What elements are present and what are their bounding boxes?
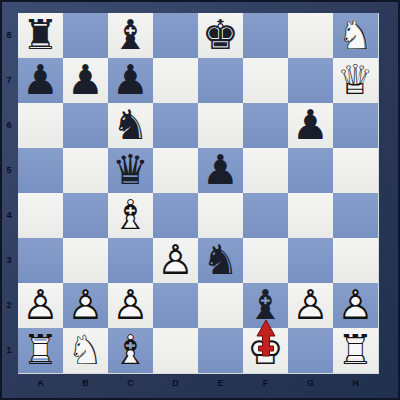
file-label-a: A <box>18 376 63 390</box>
black-knight-icon: ♞ <box>108 103 153 148</box>
piece-black-pawn[interactable]: ♟ <box>63 58 108 103</box>
square-c6[interactable]: ♞ <box>108 103 153 148</box>
file-label-g: G <box>288 376 333 390</box>
piece-white-rook[interactable]: ♜♖ <box>333 328 378 373</box>
black-pawn-icon: ♟ <box>198 148 243 193</box>
black-queen-icon: ♛ <box>108 148 153 193</box>
rank-label-6: 6 <box>2 103 16 148</box>
piece-black-rook[interactable]: ♜ <box>18 13 63 58</box>
square-a4[interactable] <box>18 193 63 238</box>
piece-white-knight[interactable]: ♞♘ <box>63 328 108 373</box>
piece-white-pawn[interactable]: ♟♙ <box>63 283 108 328</box>
piece-white-king[interactable]: ♚♔ <box>243 328 288 373</box>
square-c5[interactable]: ♛ <box>108 148 153 193</box>
square-a8[interactable]: ♜ <box>18 13 63 58</box>
square-f4[interactable] <box>243 193 288 238</box>
square-d3[interactable]: ♟♙ <box>153 238 198 283</box>
white-king-outline-icon: ♔ <box>243 328 288 373</box>
square-g4[interactable] <box>288 193 333 238</box>
square-h2[interactable]: ♟♙ <box>333 283 378 328</box>
piece-white-knight[interactable]: ♞♘ <box>333 13 378 58</box>
chess-board: ♜♝♚♞♘♟♟♟♛♕♞♟♛♟♝♗♟♙♞♟♙♟♙♟♙♝♟♙♟♙♜♖♞♘♝♗♚♔♜♖ <box>18 13 379 374</box>
black-bishop-icon: ♝ <box>243 283 288 328</box>
square-b3[interactable] <box>63 238 108 283</box>
square-a1[interactable]: ♜♖ <box>18 328 63 373</box>
white-bishop-outline-icon: ♗ <box>108 193 153 238</box>
piece-white-pawn[interactable]: ♟♙ <box>333 283 378 328</box>
piece-white-pawn[interactable]: ♟♙ <box>18 283 63 328</box>
piece-white-queen[interactable]: ♛♕ <box>333 58 378 103</box>
square-e5[interactable]: ♟ <box>198 148 243 193</box>
square-g3[interactable] <box>288 238 333 283</box>
square-h6[interactable] <box>333 103 378 148</box>
square-a5[interactable] <box>18 148 63 193</box>
file-label-c: C <box>108 376 153 390</box>
white-rook-outline-icon: ♖ <box>333 328 378 373</box>
square-e3[interactable]: ♞ <box>198 238 243 283</box>
rank-label-7: 7 <box>2 58 16 103</box>
square-h4[interactable] <box>333 193 378 238</box>
file-label-e: E <box>198 376 243 390</box>
square-f1[interactable]: ♚♔ <box>243 328 288 373</box>
square-c4[interactable]: ♝♗ <box>108 193 153 238</box>
white-pawn-outline-icon: ♙ <box>18 283 63 328</box>
piece-white-bishop[interactable]: ♝♗ <box>108 328 153 373</box>
piece-white-pawn[interactable]: ♟♙ <box>108 283 153 328</box>
white-queen-outline-icon: ♕ <box>333 58 378 103</box>
board-frame: ♜♝♚♞♘♟♟♟♛♕♞♟♛♟♝♗♟♙♞♟♙♟♙♟♙♝♟♙♟♙♜♖♞♘♝♗♚♔♜♖… <box>0 0 400 400</box>
square-b2[interactable]: ♟♙ <box>63 283 108 328</box>
white-pawn-outline-icon: ♙ <box>333 283 378 328</box>
square-d6[interactable] <box>153 103 198 148</box>
square-b8[interactable] <box>63 13 108 58</box>
square-a3[interactable] <box>18 238 63 283</box>
white-pawn-outline-icon: ♙ <box>153 238 198 283</box>
white-pawn-outline-icon: ♙ <box>63 283 108 328</box>
square-a7[interactable]: ♟ <box>18 58 63 103</box>
square-g5[interactable] <box>288 148 333 193</box>
black-knight-icon: ♞ <box>198 238 243 283</box>
square-e8[interactable]: ♚ <box>198 13 243 58</box>
square-h1[interactable]: ♜♖ <box>333 328 378 373</box>
square-b6[interactable] <box>63 103 108 148</box>
piece-black-knight[interactable]: ♞ <box>198 238 243 283</box>
square-f3[interactable] <box>243 238 288 283</box>
square-c3[interactable] <box>108 238 153 283</box>
rank-label-4: 4 <box>2 193 16 238</box>
file-label-d: D <box>153 376 198 390</box>
square-h7[interactable]: ♛♕ <box>333 58 378 103</box>
square-c7[interactable]: ♟ <box>108 58 153 103</box>
square-d4[interactable] <box>153 193 198 238</box>
piece-black-pawn[interactable]: ♟ <box>18 58 63 103</box>
square-d2[interactable] <box>153 283 198 328</box>
rank-label-8: 8 <box>2 13 16 58</box>
file-label-f: F <box>243 376 288 390</box>
piece-black-bishop[interactable]: ♝ <box>108 13 153 58</box>
square-a2[interactable]: ♟♙ <box>18 283 63 328</box>
file-label-h: H <box>333 376 378 390</box>
piece-white-bishop[interactable]: ♝♗ <box>108 193 153 238</box>
square-g6[interactable]: ♟ <box>288 103 333 148</box>
square-a6[interactable] <box>18 103 63 148</box>
square-f2[interactable]: ♝ <box>243 283 288 328</box>
square-g7[interactable] <box>288 58 333 103</box>
square-f8[interactable] <box>243 13 288 58</box>
square-g2[interactable]: ♟♙ <box>288 283 333 328</box>
white-pawn-outline-icon: ♙ <box>288 283 333 328</box>
square-b4[interactable] <box>63 193 108 238</box>
white-bishop-outline-icon: ♗ <box>108 328 153 373</box>
square-d5[interactable] <box>153 148 198 193</box>
square-f7[interactable] <box>243 58 288 103</box>
square-e7[interactable] <box>198 58 243 103</box>
white-rook-outline-icon: ♖ <box>18 328 63 373</box>
rank-label-5: 5 <box>2 148 16 193</box>
piece-black-bishop[interactable]: ♝ <box>243 283 288 328</box>
square-h8[interactable]: ♞♘ <box>333 13 378 58</box>
black-king-icon: ♚ <box>198 13 243 58</box>
square-b7[interactable]: ♟ <box>63 58 108 103</box>
rank-label-3: 3 <box>2 238 16 283</box>
square-c1[interactable]: ♝♗ <box>108 328 153 373</box>
piece-white-pawn[interactable]: ♟♙ <box>153 238 198 283</box>
square-e4[interactable] <box>198 193 243 238</box>
file-label-b: B <box>63 376 108 390</box>
square-e2[interactable] <box>198 283 243 328</box>
piece-black-queen[interactable]: ♛ <box>108 148 153 193</box>
square-h3[interactable] <box>333 238 378 283</box>
square-d7[interactable] <box>153 58 198 103</box>
white-knight-outline-icon: ♘ <box>333 13 378 58</box>
square-c8[interactable]: ♝ <box>108 13 153 58</box>
black-pawn-icon: ♟ <box>108 58 153 103</box>
black-pawn-icon: ♟ <box>18 58 63 103</box>
black-pawn-icon: ♟ <box>288 103 333 148</box>
square-b1[interactable]: ♞♘ <box>63 328 108 373</box>
square-g1[interactable] <box>288 328 333 373</box>
square-d8[interactable] <box>153 13 198 58</box>
square-f6[interactable] <box>243 103 288 148</box>
piece-black-pawn[interactable]: ♟ <box>288 103 333 148</box>
white-knight-outline-icon: ♘ <box>63 328 108 373</box>
piece-black-pawn[interactable]: ♟ <box>108 58 153 103</box>
rank-label-2: 2 <box>2 283 16 328</box>
piece-white-pawn[interactable]: ♟♙ <box>288 283 333 328</box>
black-pawn-icon: ♟ <box>63 58 108 103</box>
rank-label-1: 1 <box>2 328 16 373</box>
square-c2[interactable]: ♟♙ <box>108 283 153 328</box>
piece-black-knight[interactable]: ♞ <box>108 103 153 148</box>
white-pawn-outline-icon: ♙ <box>108 283 153 328</box>
square-e1[interactable] <box>198 328 243 373</box>
square-h5[interactable] <box>333 148 378 193</box>
square-e6[interactable] <box>198 103 243 148</box>
black-rook-icon: ♜ <box>18 13 63 58</box>
black-bishop-icon: ♝ <box>108 13 153 58</box>
square-d1[interactable] <box>153 328 198 373</box>
piece-black-king[interactable]: ♚ <box>198 13 243 58</box>
piece-white-rook[interactable]: ♜♖ <box>18 328 63 373</box>
square-g8[interactable] <box>288 13 333 58</box>
square-f5[interactable] <box>243 148 288 193</box>
piece-black-pawn[interactable]: ♟ <box>198 148 243 193</box>
square-b5[interactable] <box>63 148 108 193</box>
